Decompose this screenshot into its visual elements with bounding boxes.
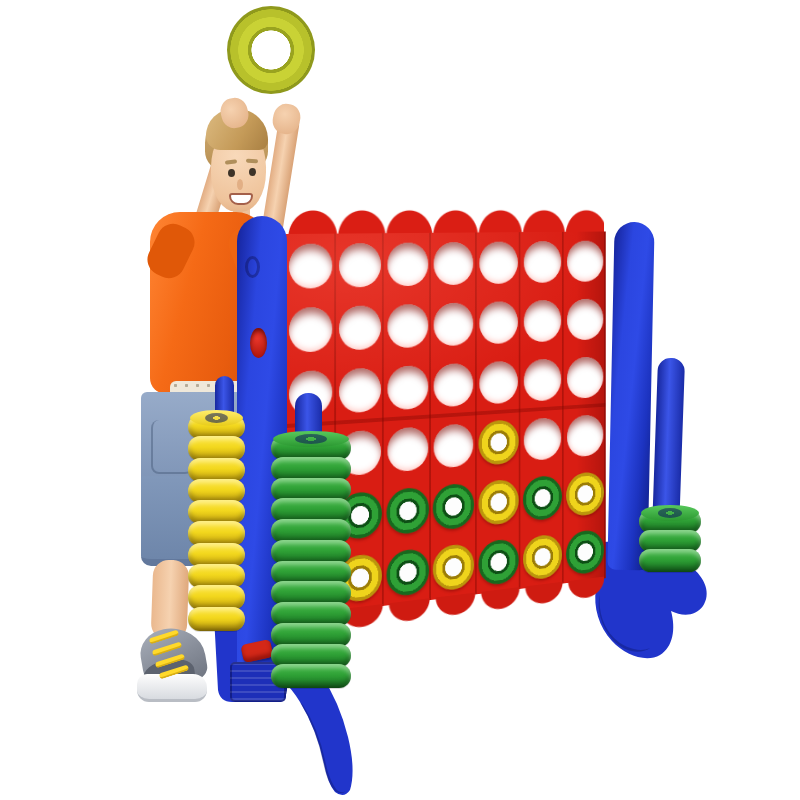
empty-hole — [434, 302, 474, 346]
yellow-ring-stack — [188, 415, 245, 631]
post-red-hole — [250, 328, 267, 358]
empty-hole — [480, 360, 519, 404]
cell-r6c4 — [431, 534, 477, 600]
cell-r3c5 — [477, 351, 521, 413]
cell-r6c6 — [521, 525, 564, 589]
disc-green — [386, 486, 429, 535]
cell-r3c7 — [564, 347, 606, 408]
green-ring — [271, 457, 351, 481]
green-ring — [271, 623, 351, 647]
cell-r5c7 — [564, 463, 606, 525]
cell-r5c4 — [431, 474, 477, 539]
cell-r3c4 — [431, 353, 477, 416]
empty-hole — [339, 367, 381, 413]
empty-hole — [387, 364, 428, 410]
cell-r6c3 — [384, 539, 431, 606]
green-ring-stack — [271, 436, 351, 688]
cell-r6c5 — [477, 529, 521, 594]
cell-r1c1 — [286, 234, 336, 298]
cell-r4c7 — [564, 405, 606, 466]
empty-hole — [387, 426, 428, 472]
green-ring — [639, 549, 701, 572]
disc-green — [386, 547, 429, 597]
red-latch — [240, 639, 273, 663]
cell-r2c4 — [431, 293, 477, 355]
cell-r1c2 — [336, 233, 384, 296]
empty-hole — [567, 356, 603, 399]
disc-green — [523, 474, 562, 521]
cell-r2c7 — [564, 289, 606, 349]
cell-r1c3 — [384, 233, 431, 295]
disc-green — [479, 537, 519, 586]
empty-hole — [434, 423, 474, 469]
disc-yellow — [433, 542, 474, 591]
disc-yellow — [566, 470, 604, 516]
empty-hole — [289, 243, 332, 288]
cell-r1c7 — [564, 231, 606, 290]
cell-r3c3 — [384, 355, 431, 419]
empty-hole — [524, 241, 561, 283]
yellow-ring — [188, 607, 245, 631]
cell-r2c5 — [477, 292, 521, 354]
cell-r5c5 — [477, 470, 521, 534]
cell-r2c6 — [521, 290, 564, 351]
empty-hole — [387, 303, 428, 348]
right-ring-stack — [639, 510, 701, 572]
cell-r4c6 — [521, 408, 564, 470]
empty-hole — [387, 242, 428, 286]
empty-hole — [289, 306, 332, 352]
green-ring — [271, 664, 351, 688]
empty-hole — [567, 298, 603, 340]
empty-hole — [524, 416, 561, 460]
cell-r1c4 — [431, 232, 477, 294]
empty-hole — [339, 305, 381, 351]
empty-hole — [567, 240, 603, 282]
cell-r2c1 — [286, 297, 336, 362]
disc-yellow — [523, 533, 562, 581]
empty-hole — [524, 299, 561, 342]
cell-r5c3 — [384, 478, 431, 544]
product-photo-scene — [0, 0, 800, 800]
empty-hole — [434, 362, 474, 407]
cell-r5c6 — [521, 466, 564, 529]
cell-r2c2 — [336, 295, 384, 359]
disc-green — [433, 482, 474, 531]
cell-r2c3 — [384, 294, 431, 357]
empty-hole — [567, 414, 603, 458]
cell-r4c3 — [384, 416, 431, 481]
yellow-ring — [188, 436, 245, 460]
empty-hole — [339, 242, 381, 287]
empty-hole — [434, 241, 474, 284]
green-ring — [271, 540, 351, 564]
disc-green — [566, 528, 604, 575]
cell-r1c5 — [477, 232, 521, 293]
cell-r3c6 — [521, 349, 564, 410]
empty-hole — [480, 300, 519, 344]
cell-r4c4 — [431, 413, 477, 477]
cell-r1c6 — [521, 232, 564, 292]
disc-yellow — [479, 478, 519, 526]
post-emboss-circle — [245, 256, 260, 278]
empty-hole — [480, 241, 519, 284]
cell-r6c7 — [564, 520, 606, 583]
empty-hole — [524, 358, 561, 402]
cell-r4c5 — [477, 410, 521, 473]
disc-yellow — [479, 418, 519, 465]
cell-r3c2 — [336, 357, 384, 422]
